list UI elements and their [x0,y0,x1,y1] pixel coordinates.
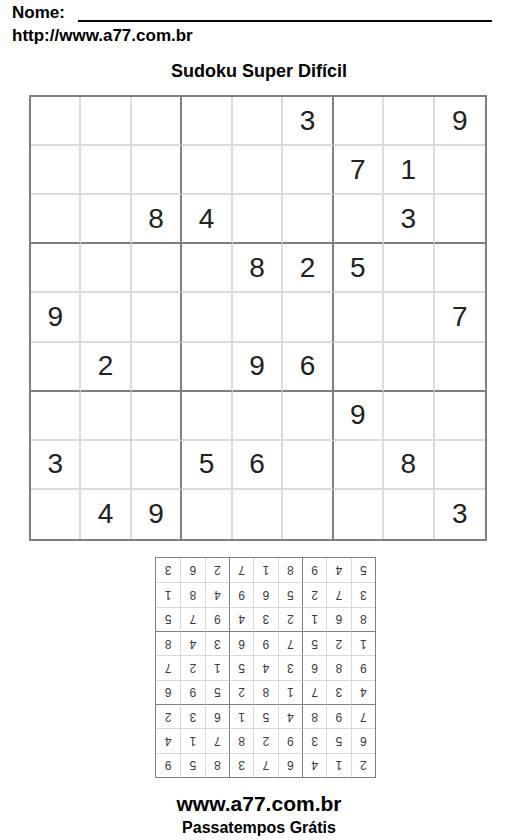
puzzle-cell-r5c1: 9 [31,293,81,342]
puzzle-cell-r3c5[interactable] [233,195,283,244]
footer-tagline: Passatempos Grátis [0,819,518,837]
solution-cell-r4c4: 1 [278,680,302,704]
puzzle-cell-r3c7[interactable] [334,195,384,244]
solution-cell-r1c2: 1 [326,753,350,777]
solution-cell-r9c9: 3 [156,558,180,582]
puzzle-cell-r4c8[interactable] [384,244,434,293]
solution-cell-r3c5: 5 [253,704,277,728]
solution-cell-r2c6: 8 [229,728,253,752]
solution-cell-r4c1: 4 [351,680,375,704]
solution-cell-r9c8: 6 [180,558,204,582]
puzzle-cell-r2c9[interactable] [435,146,485,195]
puzzle-cell-r7c6[interactable] [283,392,333,441]
solution-cell-r6c2: 2 [326,631,350,655]
solution-cell-r3c6: 1 [229,704,253,728]
puzzle-cell-r5c8[interactable] [384,293,434,342]
puzzle-cell-r9c9: 3 [435,490,485,539]
solution-cell-r8c1: 3 [351,582,375,606]
name-label: Nome: [12,3,65,23]
solution-cell-r8c7: 4 [205,582,229,606]
solution-cell-r2c1: 6 [351,728,375,752]
puzzle-cell-r9c5[interactable] [233,490,283,539]
puzzle-cell-r9c3: 9 [132,490,182,539]
solution-cell-r5c6: 5 [229,655,253,679]
puzzle-cell-r4c7: 5 [334,244,384,293]
puzzle-cell-r2c5[interactable] [233,146,283,195]
puzzle-cell-r6c8[interactable] [384,343,434,392]
solution-cell-r7c6: 4 [229,607,253,631]
solution-cell-r8c2: 7 [326,582,350,606]
sudoku-board: 39718438259729693568493 [29,95,487,541]
puzzle-cell-r2c2[interactable] [81,146,131,195]
puzzle-cell-r1c6: 3 [283,97,333,146]
puzzle-cell-r2c6[interactable] [283,146,333,195]
solution-cell-r1c6: 3 [229,753,253,777]
puzzle-cell-r6c6: 6 [283,343,333,392]
puzzle-cell-r7c8[interactable] [384,392,434,441]
puzzle-cell-r7c9[interactable] [435,392,485,441]
solution-cell-r6c4: 7 [278,631,302,655]
solution-cell-r1c1: 2 [351,753,375,777]
puzzle-cell-r8c9[interactable] [435,441,485,490]
puzzle-cell-r8c8: 8 [384,441,434,490]
puzzle-cell-r1c1[interactable] [31,97,81,146]
solution-cell-r2c2: 5 [326,728,350,752]
puzzle-cell-r8c2[interactable] [81,441,131,490]
solution-cell-r5c4: 3 [278,655,302,679]
puzzle-cell-r2c8: 1 [384,146,434,195]
puzzle-cell-r8c5: 6 [233,441,283,490]
solution-cell-r5c9: 7 [156,655,180,679]
solution-cell-r9c6: 7 [229,558,253,582]
solution-cell-r7c9: 5 [156,607,180,631]
puzzle-cell-r4c2[interactable] [81,244,131,293]
puzzle-cell-r5c6[interactable] [283,293,333,342]
puzzle-cell-r4c5: 8 [233,244,283,293]
puzzle-cell-r8c6[interactable] [283,441,333,490]
solution-cell-r2c4: 9 [278,728,302,752]
solution-cell-r8c4: 5 [278,582,302,606]
solution-cell-r5c2: 8 [326,655,350,679]
puzzle-cell-r1c9: 9 [435,97,485,146]
puzzle-cell-r6c5: 9 [233,343,283,392]
solution-cell-r7c7: 9 [205,607,229,631]
puzzle-cell-r8c3[interactable] [132,441,182,490]
puzzle-cell-r5c2[interactable] [81,293,131,342]
puzzle-cell-r6c3[interactable] [132,343,182,392]
puzzle-cell-r4c9[interactable] [435,244,485,293]
page-title: Sudoku Super Difícil [0,61,518,82]
puzzle-cell-r1c8[interactable] [384,97,434,146]
puzzle-cell-r3c3: 8 [132,195,182,244]
solution-cell-r5c7: 1 [205,655,229,679]
solution-cell-r6c1: 1 [351,631,375,655]
puzzle-cell-r1c7[interactable] [334,97,384,146]
solution-cell-r6c5: 9 [253,631,277,655]
puzzle-cell-r5c4[interactable] [182,293,232,342]
solution-cell-r4c5: 8 [253,680,277,704]
solution-cell-r5c3: 6 [302,655,326,679]
solution-cell-r2c8: 1 [180,728,204,752]
puzzle-cell-r9c1[interactable] [31,490,81,539]
puzzle-cell-r5c3[interactable] [132,293,182,342]
solution-cell-r3c8: 3 [180,704,204,728]
solution-cell-r1c8: 5 [180,753,204,777]
solution-cell-r6c6: 6 [229,631,253,655]
solution-cell-r2c9: 4 [156,728,180,752]
solution-cell-r8c8: 8 [180,582,204,606]
solution-cell-r3c2: 9 [326,704,350,728]
solution-cell-r9c1: 5 [351,558,375,582]
puzzle-cell-r6c1[interactable] [31,343,81,392]
solution-cell-r4c6: 2 [229,680,253,704]
puzzle-cell-r1c2[interactable] [81,97,131,146]
puzzle-cell-r7c3[interactable] [132,392,182,441]
site-url-header: http://www.a77.com.br [12,26,193,46]
solution-cell-r9c3: 9 [302,558,326,582]
solution-cell-r1c3: 4 [302,753,326,777]
solution-cell-r7c5: 3 [253,607,277,631]
solution-cell-r6c3: 5 [302,631,326,655]
puzzle-cell-r9c2: 4 [81,490,131,539]
solution-cell-r1c4: 6 [278,753,302,777]
solution-cell-r9c4: 8 [278,558,302,582]
puzzle-cell-r7c2[interactable] [81,392,131,441]
solution-cell-r1c7: 8 [205,753,229,777]
puzzle-cell-r3c8: 3 [384,195,434,244]
solution-cell-r2c3: 3 [302,728,326,752]
solution-cell-r9c7: 2 [205,558,229,582]
footer-site-url: www.a77.com.br [0,792,518,816]
puzzle-cell-r6c9[interactable] [435,343,485,392]
puzzle-cell-r1c3[interactable] [132,97,182,146]
puzzle-cell-r5c9: 7 [435,293,485,342]
solution-cell-r6c7: 3 [205,631,229,655]
solution-cell-r6c9: 8 [156,631,180,655]
puzzle-cell-r3c6[interactable] [283,195,333,244]
puzzle-cell-r9c7[interactable] [334,490,384,539]
solution-cell-r2c7: 7 [205,728,229,752]
solution-cell-r7c1: 8 [351,607,375,631]
puzzle-cell-r8c4: 5 [182,441,232,490]
name-blank-line [78,20,492,22]
puzzle-cell-r9c8[interactable] [384,490,434,539]
puzzle-cell-r4c1[interactable] [31,244,81,293]
solution-cell-r8c9: 1 [156,582,180,606]
solution-cell-r9c2: 4 [326,558,350,582]
puzzle-cell-r2c3[interactable] [132,146,182,195]
puzzle-cell-r7c4[interactable] [182,392,232,441]
solution-cell-r5c8: 2 [180,655,204,679]
solution-cell-r3c1: 7 [351,704,375,728]
puzzle-cell-r3c4: 4 [182,195,232,244]
puzzle-cell-r9c4[interactable] [182,490,232,539]
puzzle-cell-r1c4[interactable] [182,97,232,146]
solution-cell-r4c9: 6 [156,680,180,704]
puzzle-cell-r4c6: 2 [283,244,333,293]
puzzle-cell-r3c1[interactable] [31,195,81,244]
solution-cell-r3c9: 2 [156,704,180,728]
solution-cell-r4c7: 5 [205,680,229,704]
solution-cell-r1c9: 9 [156,753,180,777]
puzzle-cell-r7c5[interactable] [233,392,283,441]
puzzle-cell-r3c9[interactable] [435,195,485,244]
solution-cell-r7c3: 1 [302,607,326,631]
puzzle-cell-r6c4[interactable] [182,343,232,392]
solution-cell-r7c2: 6 [326,607,350,631]
solution-cell-r1c5: 7 [253,753,277,777]
puzzle-cell-r7c7: 9 [334,392,384,441]
solution-cell-r8c5: 6 [253,582,277,606]
puzzle-cell-r2c1[interactable] [31,146,81,195]
puzzle-cell-r5c5[interactable] [233,293,283,342]
solution-cell-r3c7: 6 [205,704,229,728]
solution-cell-r8c3: 2 [302,582,326,606]
solution-cell-r3c3: 8 [302,704,326,728]
puzzle-cell-r2c7: 7 [334,146,384,195]
solution-cell-r7c4: 2 [278,607,302,631]
puzzle-cell-r6c7[interactable] [334,343,384,392]
puzzle-cell-r3c2[interactable] [81,195,131,244]
solution-cell-r4c2: 3 [326,680,350,704]
puzzle-cell-r1c5[interactable] [233,97,283,146]
puzzle-cell-r4c3[interactable] [132,244,182,293]
solution-cell-r8c6: 9 [229,582,253,606]
puzzle-cell-r9c6[interactable] [283,490,333,539]
solution-cell-r9c5: 1 [253,558,277,582]
solution-cell-r4c8: 9 [180,680,204,704]
sudoku-solution-board-rotated: 2146738596539287147984516324371825969863… [155,557,376,778]
solution-cell-r5c5: 4 [253,655,277,679]
puzzle-cell-r8c7[interactable] [334,441,384,490]
puzzle-cell-r7c1[interactable] [31,392,81,441]
solution-cell-r6c8: 4 [180,631,204,655]
solution-cell-r2c5: 2 [253,728,277,752]
puzzle-cell-r5c7[interactable] [334,293,384,342]
solution-cell-r5c1: 9 [351,655,375,679]
puzzle-cell-r6c2: 2 [81,343,131,392]
puzzle-cell-r4c4[interactable] [182,244,232,293]
solution-cell-r4c3: 7 [302,680,326,704]
solution-cell-r3c4: 4 [278,704,302,728]
solution-cell-r7c8: 7 [180,607,204,631]
puzzle-cell-r2c4[interactable] [182,146,232,195]
puzzle-cell-r8c1: 3 [31,441,81,490]
